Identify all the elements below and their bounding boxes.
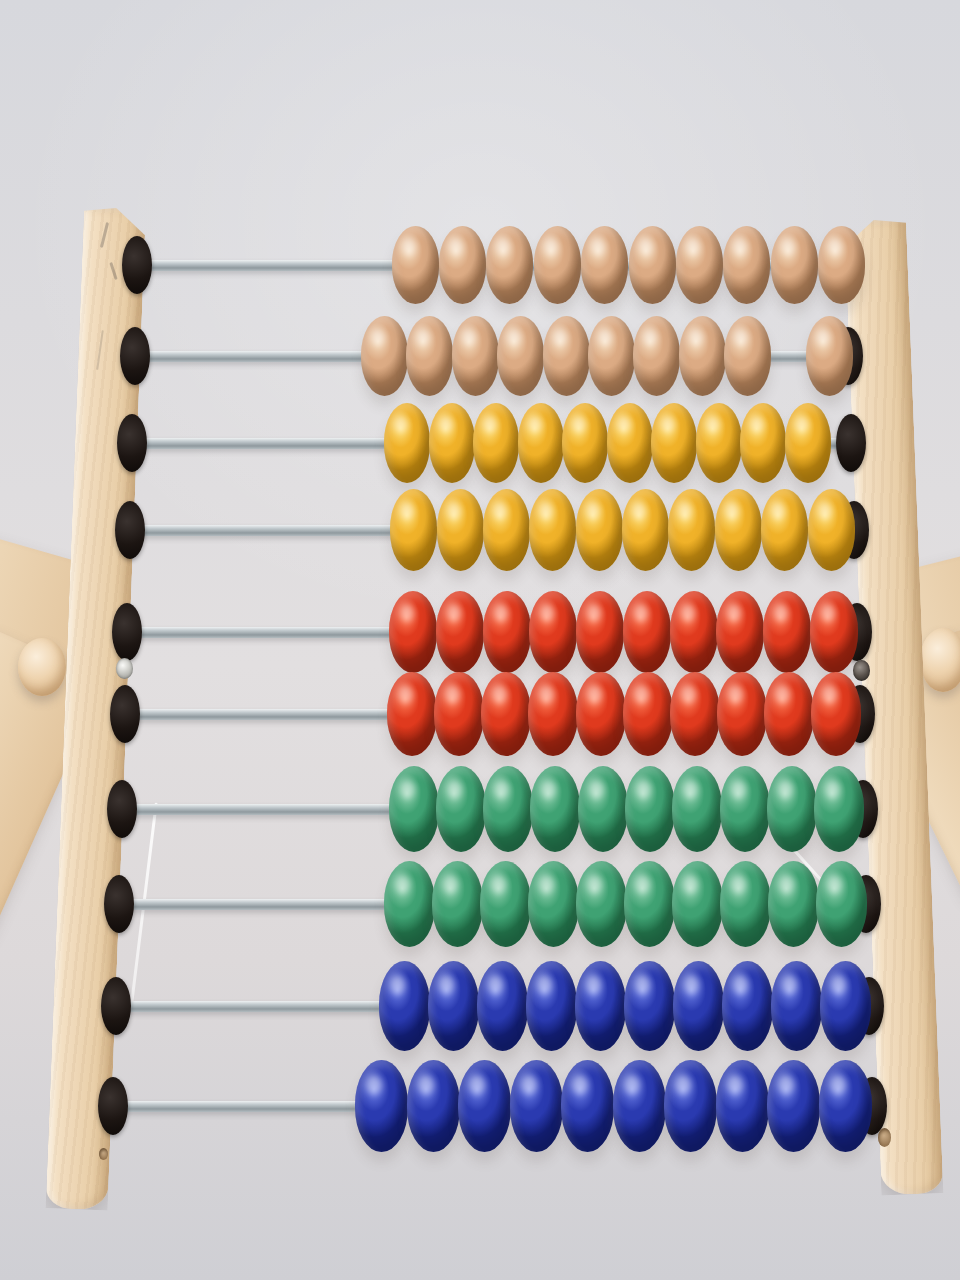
bead-green-rod8-2[interactable] — [432, 861, 483, 947]
grommet-left-rod-5 — [112, 603, 142, 661]
grommet-left-rod-6 — [110, 685, 140, 743]
bead-green-rod8-10[interactable] — [816, 861, 867, 947]
grommet-left-rod-4 — [115, 501, 145, 559]
bead-green-rod7-1[interactable] — [389, 766, 439, 852]
grommet-left-rod-3 — [117, 414, 147, 472]
bead-yellow-rod4-6[interactable] — [622, 489, 669, 571]
bead-blue-rod10-6[interactable] — [613, 1060, 666, 1152]
bead-yellow-rod3-5[interactable] — [562, 403, 608, 483]
bead-green-rod7-3[interactable] — [483, 766, 533, 852]
bead-green-rod8-8[interactable] — [720, 861, 771, 947]
bead-red-rod6-6[interactable] — [623, 672, 673, 756]
bead-blue-rod9-3[interactable] — [477, 961, 528, 1051]
bead-red-rod6-3[interactable] — [481, 672, 531, 756]
bead-blue-rod9-6[interactable] — [624, 961, 675, 1051]
bead-red-rod5-5[interactable] — [576, 591, 624, 673]
bead-green-rod8-5[interactable] — [576, 861, 627, 947]
bead-green-rod7-10[interactable] — [814, 766, 864, 852]
bead-natural-rod1-2[interactable] — [439, 226, 486, 304]
bead-natural-rod1-3[interactable] — [486, 226, 533, 304]
bead-red-rod5-8[interactable] — [716, 591, 764, 673]
bead-green-rod8-4[interactable] — [528, 861, 579, 947]
bead-natural-rod1-1[interactable] — [392, 226, 439, 304]
bead-natural-rod1-9[interactable] — [771, 226, 818, 304]
bead-natural-rod2-4[interactable] — [497, 316, 544, 396]
bead-blue-rod10-9[interactable] — [767, 1060, 820, 1152]
bead-red-rod5-10[interactable] — [810, 591, 858, 673]
bead-red-rod5-1[interactable] — [389, 591, 437, 673]
grommet-left-rod-10 — [98, 1077, 128, 1135]
bead-red-rod6-2[interactable] — [434, 672, 484, 756]
bead-yellow-rod4-3[interactable] — [483, 489, 530, 571]
bead-red-rod5-9[interactable] — [763, 591, 811, 673]
bead-blue-rod10-4[interactable] — [510, 1060, 563, 1152]
bead-yellow-rod3-2[interactable] — [429, 403, 475, 483]
bead-blue-rod10-5[interactable] — [561, 1060, 614, 1152]
bead-natural-rod2-7[interactable] — [633, 316, 680, 396]
bead-red-rod5-2[interactable] — [436, 591, 484, 673]
bead-blue-rod10-1[interactable] — [355, 1060, 408, 1152]
bead-natural-rod1-4[interactable] — [534, 226, 581, 304]
bead-red-rod5-6[interactable] — [623, 591, 671, 673]
bead-blue-rod9-5[interactable] — [575, 961, 626, 1051]
bead-natural-rod2-1[interactable] — [361, 316, 408, 396]
bead-red-rod6-8[interactable] — [717, 672, 767, 756]
bead-red-rod6-5[interactable] — [576, 672, 626, 756]
bead-blue-rod9-7[interactable] — [673, 961, 724, 1051]
bead-yellow-rod3-7[interactable] — [651, 403, 697, 483]
stand-knob-left — [18, 638, 66, 696]
bead-yellow-rod4-4[interactable] — [529, 489, 576, 571]
bead-red-rod6-7[interactable] — [670, 672, 720, 756]
bead-natural-rod2-5[interactable] — [543, 316, 590, 396]
bead-blue-rod10-7[interactable] — [664, 1060, 717, 1152]
bead-yellow-rod3-8[interactable] — [696, 403, 742, 483]
bead-natural-rod1-10[interactable] — [818, 226, 865, 304]
bead-blue-rod9-10[interactable] — [820, 961, 871, 1051]
bead-yellow-rod3-10[interactable] — [785, 403, 831, 483]
dowel-hole-left — [99, 1148, 108, 1160]
bead-natural-rod1-6[interactable] — [629, 226, 676, 304]
bead-green-rod7-6[interactable] — [625, 766, 675, 852]
bead-green-rod8-9[interactable] — [768, 861, 819, 947]
bead-yellow-rod4-7[interactable] — [668, 489, 715, 571]
bead-red-rod6-9[interactable] — [764, 672, 814, 756]
grommet-left-rod-7 — [107, 780, 137, 838]
bead-natural-rod2-9[interactable] — [724, 316, 771, 396]
bead-green-rod8-6[interactable] — [624, 861, 675, 947]
bead-red-rod5-7[interactable] — [670, 591, 718, 673]
bead-yellow-rod3-1[interactable] — [384, 403, 430, 483]
bead-red-rod6-1[interactable] — [387, 672, 437, 756]
bead-natural-rod2-2[interactable] — [406, 316, 453, 396]
grommet-left-rod-2 — [120, 327, 150, 385]
bead-natural-rod1-7[interactable] — [676, 226, 723, 304]
grommet-left-rod-9 — [101, 977, 131, 1035]
bead-natural-rod2-3[interactable] — [452, 316, 499, 396]
bead-blue-rod9-8[interactable] — [722, 961, 773, 1051]
bead-natural-rod1-5[interactable] — [581, 226, 628, 304]
bead-yellow-rod3-6[interactable] — [607, 403, 653, 483]
bead-natural-rod2-6[interactable] — [588, 316, 635, 396]
bead-natural-rod2-8[interactable] — [679, 316, 726, 396]
bead-yellow-rod3-4[interactable] — [518, 403, 564, 483]
bead-red-rod6-10[interactable] — [811, 672, 861, 756]
bead-yellow-rod3-3[interactable] — [473, 403, 519, 483]
bead-green-rod7-4[interactable] — [530, 766, 580, 852]
bead-yellow-rod3-9[interactable] — [740, 403, 786, 483]
bead-blue-rod9-2[interactable] — [428, 961, 479, 1051]
grommet-left-rod-1 — [122, 236, 152, 294]
bead-green-rod7-5[interactable] — [578, 766, 628, 852]
bead-green-rod8-3[interactable] — [480, 861, 531, 947]
bead-blue-rod9-1[interactable] — [379, 961, 430, 1051]
bead-green-rod7-2[interactable] — [436, 766, 486, 852]
bead-blue-rod9-9[interactable] — [771, 961, 822, 1051]
bead-blue-rod10-8[interactable] — [716, 1060, 769, 1152]
bead-red-rod5-4[interactable] — [529, 591, 577, 673]
abacus-photo — [0, 0, 960, 1280]
bead-green-rod8-1[interactable] — [384, 861, 435, 947]
bead-green-rod8-7[interactable] — [672, 861, 723, 947]
bead-yellow-rod4-9[interactable] — [761, 489, 808, 571]
grommet-right-rod-3 — [836, 414, 866, 472]
bead-natural-rod1-8[interactable] — [723, 226, 770, 304]
bead-blue-rod10-10[interactable] — [819, 1060, 872, 1152]
bead-yellow-rod4-5[interactable] — [576, 489, 623, 571]
bead-blue-rod10-3[interactable] — [458, 1060, 511, 1152]
bead-green-rod7-9[interactable] — [767, 766, 817, 852]
screw-right — [853, 660, 870, 681]
bead-yellow-rod4-10[interactable] — [808, 489, 855, 571]
bead-red-rod5-3[interactable] — [483, 591, 531, 673]
bead-yellow-rod4-1[interactable] — [390, 489, 437, 571]
bead-green-rod7-8[interactable] — [720, 766, 770, 852]
stand-knob-right — [920, 628, 960, 692]
screw-left — [116, 658, 133, 679]
bead-green-rod7-7[interactable] — [672, 766, 722, 852]
bead-blue-rod9-4[interactable] — [526, 961, 577, 1051]
bead-yellow-rod4-2[interactable] — [437, 489, 484, 571]
grommet-left-rod-8 — [104, 875, 134, 933]
bead-blue-rod10-2[interactable] — [407, 1060, 460, 1152]
bead-red-rod6-4[interactable] — [528, 672, 578, 756]
bead-natural-rod2-10[interactable] — [806, 316, 853, 396]
bead-yellow-rod4-8[interactable] — [715, 489, 762, 571]
dowel-hole-right — [878, 1128, 891, 1147]
